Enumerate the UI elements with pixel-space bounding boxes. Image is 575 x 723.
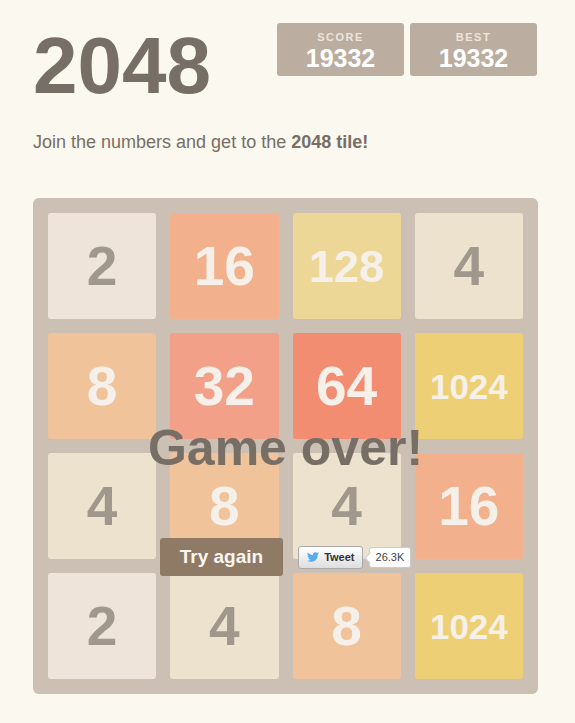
best-box: BEST 19332	[410, 23, 537, 76]
tweet-button[interactable]: Tweet	[298, 546, 362, 569]
twitter-bird-icon	[306, 551, 320, 563]
best-label: BEST	[456, 31, 491, 44]
subtitle-goal: 2048 tile!	[291, 132, 368, 152]
overlay-buttons: Try again Tweet 26.3K	[33, 538, 538, 576]
tweet-widget: Tweet 26.3K	[298, 546, 411, 569]
try-again-button[interactable]: Try again	[160, 538, 283, 576]
score-label: SCORE	[317, 31, 364, 44]
score-panel: SCORE 19332 BEST 19332	[277, 23, 537, 76]
game-board: 2 16 128 4 8 32 64 1024 4 8 4 16 2 4 8 1…	[33, 198, 538, 694]
best-value: 19332	[439, 44, 509, 73]
page: 2048 SCORE 19332 BEST 19332 Join the num…	[0, 0, 575, 723]
tweet-count[interactable]: 26.3K	[369, 547, 412, 568]
score-box: SCORE 19332	[277, 23, 404, 76]
subtitle: Join the numbers and get to the 2048 til…	[33, 130, 368, 154]
score-value: 19332	[306, 44, 376, 73]
game-over-overlay: Game over! Try again Tweet 26.3K	[33, 198, 538, 694]
game-over-message: Game over!	[33, 420, 538, 476]
game-title: 2048	[33, 26, 211, 106]
tweet-button-label: Tweet	[324, 551, 354, 563]
subtitle-text: Join the numbers and get to the	[33, 132, 291, 152]
